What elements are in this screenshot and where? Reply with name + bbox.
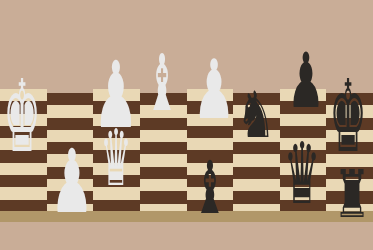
black-rook: ♜ [334,162,371,228]
board-square [0,175,47,187]
white-pawn-3: ♟ [193,49,236,131]
white-bishop: ♝ [145,44,179,122]
board-square [233,179,280,191]
black-knight: ♞ [236,83,275,147]
board-square [140,142,187,154]
board-square [47,105,94,117]
board-square [0,187,47,199]
board-square [233,167,280,179]
board-square [47,93,94,105]
white-queen: ♛ [100,119,131,197]
black-pawn: ♟ [287,43,324,119]
board-square [233,154,280,166]
white-pawn-1: ♟ [50,138,93,226]
board-square [140,179,187,191]
board-square [140,130,187,142]
board-square [140,191,187,203]
chess-illustration: ♚♟♟♛♝♟♝♞♟♛♚♜ [0,0,373,250]
black-queen: ♛ [284,131,321,216]
board-square [233,191,280,203]
board-square [140,167,187,179]
black-bishop: ♝ [193,151,227,224]
black-king: ♚ [329,67,367,167]
white-king: ♚ [3,67,41,167]
board-square [140,154,187,166]
board-square [47,118,94,130]
